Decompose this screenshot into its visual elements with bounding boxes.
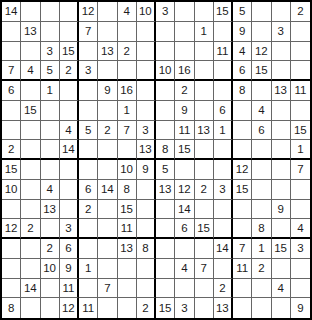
cell-r6c15[interactable] [272, 101, 291, 121]
cell-r16c14[interactable] [252, 298, 271, 318]
cell-r16c1[interactable]: 8 [2, 298, 21, 318]
cell-r7c7[interactable]: 7 [118, 121, 137, 141]
cell-r15c16[interactable] [291, 279, 310, 299]
cell-r3c16[interactable] [291, 42, 310, 62]
cell-r5c3[interactable]: 1 [41, 81, 60, 101]
cell-r5c4[interactable] [60, 81, 79, 101]
cell-r12c2[interactable]: 2 [21, 219, 40, 239]
cell-r1c15[interactable] [272, 2, 291, 22]
cell-r4c4[interactable]: 2 [60, 61, 79, 81]
cell-r7c6[interactable]: 2 [98, 121, 117, 141]
cell-r11c10[interactable]: 14 [175, 200, 194, 220]
cell-r11c14[interactable] [252, 200, 271, 220]
cell-r1c7[interactable]: 4 [118, 2, 137, 22]
cell-r6c6[interactable] [98, 101, 117, 121]
cell-r5c9[interactable] [156, 81, 175, 101]
cell-r8c7[interactable] [118, 140, 137, 160]
cell-r12c5[interactable] [79, 219, 98, 239]
cell-r2c12[interactable] [214, 22, 233, 42]
cell-r5c15[interactable]: 13 [272, 81, 291, 101]
cell-r3c4[interactable]: 15 [60, 42, 79, 62]
cell-r13c12[interactable]: 14 [214, 239, 233, 259]
cell-r11c3[interactable]: 13 [41, 200, 60, 220]
cell-r15c8[interactable] [137, 279, 156, 299]
cell-r13c8[interactable]: 8 [137, 239, 156, 259]
cell-r15c13[interactable] [233, 279, 252, 299]
cell-r14c11[interactable]: 7 [195, 259, 214, 279]
cell-r14c8[interactable] [137, 259, 156, 279]
cell-r15c2[interactable]: 14 [21, 279, 40, 299]
cell-r8c9[interactable]: 8 [156, 140, 175, 160]
cell-r11c8[interactable] [137, 200, 156, 220]
cell-r8c1[interactable]: 2 [2, 140, 21, 160]
cell-r11c2[interactable] [21, 200, 40, 220]
cell-r5c16[interactable]: 11 [291, 81, 310, 101]
cell-r8c14[interactable] [252, 140, 271, 160]
cell-r12c14[interactable]: 8 [252, 219, 271, 239]
cell-r10c12[interactable]: 3 [214, 180, 233, 200]
cell-r12c1[interactable]: 12 [2, 219, 21, 239]
cell-r3c3[interactable]: 3 [41, 42, 60, 62]
cell-r16c11[interactable] [195, 298, 214, 318]
cell-r2c2[interactable]: 13 [21, 22, 40, 42]
cell-r1c5[interactable]: 12 [79, 2, 98, 22]
cell-r7c16[interactable]: 15 [291, 121, 310, 141]
cell-r5c13[interactable]: 8 [233, 81, 252, 101]
cell-r3c5[interactable] [79, 42, 98, 62]
cell-r12c15[interactable] [272, 219, 291, 239]
cell-r10c2[interactable] [21, 180, 40, 200]
cell-r15c9[interactable] [156, 279, 175, 299]
cell-r13c6[interactable] [98, 239, 117, 259]
cell-r1c10[interactable] [175, 2, 194, 22]
cell-r4c11[interactable] [195, 61, 214, 81]
cell-r8c4[interactable]: 14 [60, 140, 79, 160]
cell-r3c7[interactable]: 2 [118, 42, 137, 62]
cell-r9c10[interactable] [175, 160, 194, 180]
cell-r7c13[interactable] [233, 121, 252, 141]
cell-r15c15[interactable]: 4 [272, 279, 291, 299]
cell-r8c10[interactable]: 15 [175, 140, 194, 160]
sudoku-board: 1412410315521371933151321141274523101661… [0, 0, 312, 320]
cell-r12c9[interactable] [156, 219, 175, 239]
cell-r9c3[interactable] [41, 160, 60, 180]
cell-r11c1[interactable] [2, 200, 21, 220]
cell-r11c6[interactable] [98, 200, 117, 220]
cell-r7c10[interactable]: 11 [175, 121, 194, 141]
cell-r15c5[interactable] [79, 279, 98, 299]
cell-r11c12[interactable] [214, 200, 233, 220]
cell-r16c8[interactable]: 2 [137, 298, 156, 318]
cell-r9c13[interactable]: 12 [233, 160, 252, 180]
cell-r8c2[interactable] [21, 140, 40, 160]
cell-r14c9[interactable] [156, 259, 175, 279]
cell-r2c10[interactable] [175, 22, 194, 42]
cell-r5c11[interactable] [195, 81, 214, 101]
cell-r1c2[interactable] [21, 2, 40, 22]
cell-r2c5[interactable]: 7 [79, 22, 98, 42]
cell-r2c4[interactable] [60, 22, 79, 42]
cell-r6c8[interactable] [137, 101, 156, 121]
cell-r10c15[interactable] [272, 180, 291, 200]
cell-r10c16[interactable] [291, 180, 310, 200]
cell-r4c14[interactable]: 15 [252, 61, 271, 81]
cell-r13c1[interactable] [2, 239, 21, 259]
cell-r5c8[interactable] [137, 81, 156, 101]
cell-r13c14[interactable]: 1 [252, 239, 271, 259]
cell-r8c3[interactable] [41, 140, 60, 160]
cell-r5c1[interactable]: 6 [2, 81, 21, 101]
cell-r13c7[interactable]: 13 [118, 239, 137, 259]
cell-r2c14[interactable] [252, 22, 271, 42]
cell-r15c10[interactable] [175, 279, 194, 299]
cell-r3c9[interactable] [156, 42, 175, 62]
cell-r13c9[interactable] [156, 239, 175, 259]
cell-r16c15[interactable] [272, 298, 291, 318]
cell-r2c13[interactable]: 9 [233, 22, 252, 42]
cell-r10c7[interactable]: 8 [118, 180, 137, 200]
cell-r3c6[interactable]: 13 [98, 42, 117, 62]
cell-r13c10[interactable] [175, 239, 194, 259]
cell-r6c9[interactable] [156, 101, 175, 121]
cell-r4c5[interactable]: 3 [79, 61, 98, 81]
cell-r16c6[interactable] [98, 298, 117, 318]
cell-r4c2[interactable]: 4 [21, 61, 40, 81]
cell-r5c14[interactable] [252, 81, 271, 101]
cell-r6c1[interactable] [2, 101, 21, 121]
cell-r15c14[interactable] [252, 279, 271, 299]
cell-r6c2[interactable]: 15 [21, 101, 40, 121]
cell-r13c16[interactable]: 3 [291, 239, 310, 259]
cell-r14c15[interactable] [272, 259, 291, 279]
cell-r7c3[interactable] [41, 121, 60, 141]
cell-r12c3[interactable] [41, 219, 60, 239]
cell-r1c16[interactable]: 2 [291, 2, 310, 22]
cell-r7c4[interactable]: 4 [60, 121, 79, 141]
cell-r10c10[interactable]: 12 [175, 180, 194, 200]
cell-r6c12[interactable]: 6 [214, 101, 233, 121]
cell-r15c11[interactable] [195, 279, 214, 299]
cell-r10c1[interactable]: 10 [2, 180, 21, 200]
cell-r10c4[interactable] [60, 180, 79, 200]
cell-r16c12[interactable]: 13 [214, 298, 233, 318]
cell-r4c1[interactable]: 7 [2, 61, 21, 81]
cell-r1c9[interactable]: 3 [156, 2, 175, 22]
cell-r13c4[interactable]: 6 [60, 239, 79, 259]
cell-r14c16[interactable] [291, 259, 310, 279]
cell-r11c5[interactable]: 2 [79, 200, 98, 220]
cell-r2c1[interactable] [2, 22, 21, 42]
cell-r9c2[interactable] [21, 160, 40, 180]
cell-r6c16[interactable] [291, 101, 310, 121]
cell-r9c7[interactable]: 10 [118, 160, 137, 180]
cell-r9c1[interactable]: 15 [2, 160, 21, 180]
cell-r2c3[interactable] [41, 22, 60, 42]
cell-r12c13[interactable] [233, 219, 252, 239]
cell-r2c8[interactable] [137, 22, 156, 42]
cell-r3c12[interactable]: 11 [214, 42, 233, 62]
cell-r7c12[interactable]: 1 [214, 121, 233, 141]
cell-r9c8[interactable]: 9 [137, 160, 156, 180]
cell-r10c9[interactable]: 13 [156, 180, 175, 200]
cell-r12c4[interactable]: 3 [60, 219, 79, 239]
cell-r6c11[interactable] [195, 101, 214, 121]
cell-r1c3[interactable] [41, 2, 60, 22]
cell-r7c2[interactable] [21, 121, 40, 141]
cell-r15c6[interactable]: 7 [98, 279, 117, 299]
cell-r16c7[interactable] [118, 298, 137, 318]
cell-r4c15[interactable] [272, 61, 291, 81]
cell-r9c11[interactable] [195, 160, 214, 180]
cell-r10c3[interactable]: 4 [41, 180, 60, 200]
cell-r5c2[interactable] [21, 81, 40, 101]
cell-r9c6[interactable] [98, 160, 117, 180]
cell-r14c4[interactable]: 9 [60, 259, 79, 279]
cell-r6c4[interactable] [60, 101, 79, 121]
cell-r13c15[interactable]: 15 [272, 239, 291, 259]
cell-r4c8[interactable] [137, 61, 156, 81]
cell-r7c1[interactable] [2, 121, 21, 141]
cell-r5c7[interactable]: 16 [118, 81, 137, 101]
cell-r2c6[interactable] [98, 22, 117, 42]
cell-r13c2[interactable] [21, 239, 40, 259]
cell-r1c14[interactable] [252, 2, 271, 22]
cell-r10c8[interactable] [137, 180, 156, 200]
cell-r9c5[interactable] [79, 160, 98, 180]
cell-r11c4[interactable] [60, 200, 79, 220]
cell-r13c5[interactable] [79, 239, 98, 259]
cell-r10c11[interactable]: 2 [195, 180, 214, 200]
cell-r12c7[interactable]: 11 [118, 219, 137, 239]
cell-r4c6[interactable] [98, 61, 117, 81]
cell-r12c8[interactable] [137, 219, 156, 239]
cell-r11c16[interactable] [291, 200, 310, 220]
cell-r16c2[interactable] [21, 298, 40, 318]
cell-r4c16[interactable] [291, 61, 310, 81]
cell-r8c13[interactable] [233, 140, 252, 160]
cell-r11c13[interactable] [233, 200, 252, 220]
cell-r1c11[interactable] [195, 2, 214, 22]
cell-r15c4[interactable]: 11 [60, 279, 79, 299]
cell-r14c12[interactable] [214, 259, 233, 279]
cell-r3c10[interactable] [175, 42, 194, 62]
cell-r14c14[interactable]: 2 [252, 259, 271, 279]
cell-r12c11[interactable]: 15 [195, 219, 214, 239]
cell-r16c5[interactable]: 11 [79, 298, 98, 318]
cell-r13c13[interactable]: 7 [233, 239, 252, 259]
cell-r3c8[interactable] [137, 42, 156, 62]
cell-r5c5[interactable] [79, 81, 98, 101]
cell-r10c5[interactable]: 6 [79, 180, 98, 200]
cell-r15c1[interactable] [2, 279, 21, 299]
cell-r14c10[interactable]: 4 [175, 259, 194, 279]
cell-r4c3[interactable]: 5 [41, 61, 60, 81]
cell-r3c14[interactable]: 12 [252, 42, 271, 62]
cell-r9c14[interactable] [252, 160, 271, 180]
cell-r1c8[interactable]: 10 [137, 2, 156, 22]
cell-r14c2[interactable] [21, 259, 40, 279]
cell-r7c15[interactable] [272, 121, 291, 141]
cell-r8c11[interactable] [195, 140, 214, 160]
cell-r16c3[interactable] [41, 298, 60, 318]
cell-r1c13[interactable]: 5 [233, 2, 252, 22]
cell-r3c2[interactable] [21, 42, 40, 62]
cell-r14c1[interactable] [2, 259, 21, 279]
cell-r14c13[interactable]: 11 [233, 259, 252, 279]
cell-r9c15[interactable] [272, 160, 291, 180]
cell-r6c7[interactable]: 1 [118, 101, 137, 121]
cell-r10c13[interactable]: 15 [233, 180, 252, 200]
cell-r4c7[interactable] [118, 61, 137, 81]
cell-r12c12[interactable] [214, 219, 233, 239]
cell-r8c16[interactable]: 1 [291, 140, 310, 160]
cell-r12c10[interactable]: 6 [175, 219, 194, 239]
cell-r4c13[interactable]: 6 [233, 61, 252, 81]
cell-r9c4[interactable] [60, 160, 79, 180]
cell-r14c7[interactable] [118, 259, 137, 279]
cell-r16c4[interactable]: 12 [60, 298, 79, 318]
cell-r15c7[interactable] [118, 279, 137, 299]
cell-r6c5[interactable] [79, 101, 98, 121]
cell-r16c13[interactable] [233, 298, 252, 318]
cell-r6c10[interactable]: 9 [175, 101, 194, 121]
cell-r13c3[interactable]: 2 [41, 239, 60, 259]
cell-r3c15[interactable] [272, 42, 291, 62]
cell-r4c9[interactable]: 10 [156, 61, 175, 81]
cell-r1c6[interactable] [98, 2, 117, 22]
cell-r6c3[interactable] [41, 101, 60, 121]
cell-r8c15[interactable] [272, 140, 291, 160]
cell-r7c9[interactable] [156, 121, 175, 141]
cell-r16c9[interactable]: 15 [156, 298, 175, 318]
cell-r5c12[interactable] [214, 81, 233, 101]
cell-r8c6[interactable] [98, 140, 117, 160]
cell-r4c10[interactable]: 16 [175, 61, 194, 81]
cell-r14c5[interactable]: 1 [79, 259, 98, 279]
cell-r15c12[interactable]: 2 [214, 279, 233, 299]
cell-r7c11[interactable]: 13 [195, 121, 214, 141]
cell-r5c6[interactable]: 9 [98, 81, 117, 101]
cell-r11c7[interactable]: 15 [118, 200, 137, 220]
cell-r13c11[interactable] [195, 239, 214, 259]
cell-r12c16[interactable]: 4 [291, 219, 310, 239]
cell-r10c14[interactable] [252, 180, 271, 200]
cell-r2c16[interactable] [291, 22, 310, 42]
cell-r4c12[interactable] [214, 61, 233, 81]
cell-r9c9[interactable]: 5 [156, 160, 175, 180]
cell-r10c6[interactable]: 14 [98, 180, 117, 200]
cell-r9c12[interactable] [214, 160, 233, 180]
cell-r15c3[interactable] [41, 279, 60, 299]
cell-r14c6[interactable] [98, 259, 117, 279]
cell-r11c11[interactable] [195, 200, 214, 220]
cell-r1c4[interactable] [60, 2, 79, 22]
cell-r5c10[interactable]: 2 [175, 81, 194, 101]
cell-r16c10[interactable]: 3 [175, 298, 194, 318]
cell-r3c13[interactable]: 4 [233, 42, 252, 62]
cell-r2c11[interactable]: 1 [195, 22, 214, 42]
cell-r3c1[interactable] [2, 42, 21, 62]
cell-r11c15[interactable]: 9 [272, 200, 291, 220]
cell-r11c9[interactable] [156, 200, 175, 220]
cell-r9c16[interactable]: 7 [291, 160, 310, 180]
cell-r16c16[interactable]: 9 [291, 298, 310, 318]
cell-r1c1[interactable]: 14 [2, 2, 21, 22]
cell-r12c6[interactable] [98, 219, 117, 239]
cell-r2c9[interactable] [156, 22, 175, 42]
cell-r2c7[interactable] [118, 22, 137, 42]
cell-r3c11[interactable] [195, 42, 214, 62]
cell-r1c12[interactable]: 15 [214, 2, 233, 22]
cell-r7c14[interactable]: 6 [252, 121, 271, 141]
cell-r14c3[interactable]: 10 [41, 259, 60, 279]
cell-r2c15[interactable]: 3 [272, 22, 291, 42]
cell-r6c14[interactable]: 4 [252, 101, 271, 121]
cell-r8c8[interactable]: 13 [137, 140, 156, 160]
cell-r7c5[interactable]: 5 [79, 121, 98, 141]
cell-r8c12[interactable] [214, 140, 233, 160]
cell-r8c5[interactable] [79, 140, 98, 160]
cell-r6c13[interactable] [233, 101, 252, 121]
cell-r7c8[interactable]: 3 [137, 121, 156, 141]
